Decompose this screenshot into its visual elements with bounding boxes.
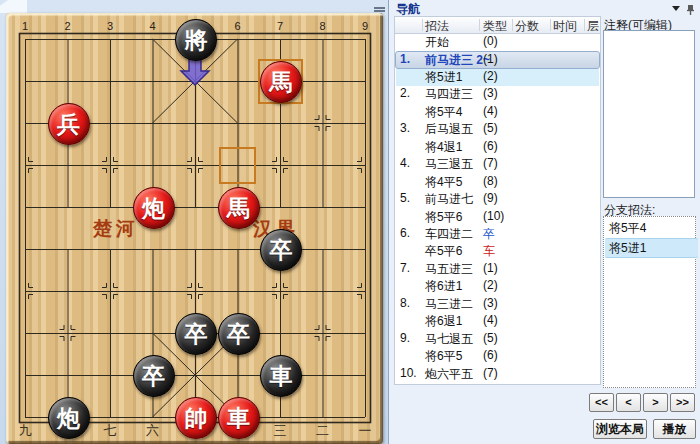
- chevron-down-icon[interactable]: [672, 6, 680, 11]
- column-separator: [550, 19, 551, 31]
- board-pane: 楚河 汉界 123456789九八七六五四三二一將馬兵炮馬卒卒卒卒車炮帥車: [0, 0, 388, 444]
- move-tag: (2): [483, 278, 498, 292]
- move-name: 前马进三 2~: [425, 52, 483, 69]
- xiangqi-piece-black[interactable]: 炮: [48, 397, 90, 439]
- browse-game-button[interactable]: 浏览本局: [593, 419, 647, 439]
- move-name: 马三进二: [425, 296, 483, 313]
- move-row[interactable]: 10.炮六平五(7): [396, 366, 599, 383]
- move-number: 5.: [400, 191, 424, 205]
- xiangqi-piece-black[interactable]: 卒: [218, 313, 260, 355]
- move-name: 将4退1: [425, 139, 483, 156]
- move-tag: (5): [483, 121, 498, 135]
- move-row[interactable]: 卒5平6车: [396, 243, 599, 260]
- xiangqi-piece-red[interactable]: 帥: [175, 397, 217, 439]
- move-tag: (10): [483, 209, 504, 223]
- column-header[interactable]: 招法: [425, 18, 449, 35]
- nav-button[interactable]: >>: [670, 393, 695, 412]
- move-tag: (3): [483, 296, 498, 310]
- xiangqi-piece-red[interactable]: 馬: [260, 61, 302, 103]
- move-tag: (4): [483, 104, 498, 118]
- last-move-highlight: [219, 147, 256, 184]
- move-row[interactable]: 将5进1(2): [396, 69, 599, 86]
- move-number: 9.: [400, 331, 424, 345]
- move-tag: (5): [483, 331, 498, 345]
- pin-icon[interactable]: [686, 2, 695, 20]
- column-separator: [584, 19, 585, 31]
- move-name: 将6退1: [425, 313, 483, 330]
- xiangqi-piece-red[interactable]: 馬: [218, 187, 260, 229]
- move-table-header: 招法类型分数时间层: [395, 17, 600, 34]
- branch-move-item[interactable]: 将5平4: [605, 219, 698, 237]
- navigation-panel: 导航 招法类型分数时间层 开始(0)1.前马进三 2~(1)将5进1(2)2.马…: [388, 0, 700, 444]
- move-row[interactable]: 4.马三退五(7): [396, 156, 599, 173]
- column-separator: [512, 19, 513, 31]
- move-tag: (9): [483, 191, 498, 205]
- move-tag: 卒: [483, 226, 495, 243]
- xiangqi-piece-red[interactable]: 炮: [133, 187, 175, 229]
- move-name: 炮六平五: [425, 366, 483, 383]
- move-row[interactable]: 8.马三进二(3): [396, 296, 599, 313]
- xiangqi-piece-black[interactable]: 將: [175, 19, 217, 61]
- move-tag: (4): [483, 313, 498, 327]
- move-tag: (0): [483, 34, 498, 48]
- move-tag: (7): [483, 156, 498, 170]
- comment-textarea[interactable]: [603, 30, 695, 198]
- move-name: 将5平4: [425, 104, 483, 121]
- xiangqi-piece-black[interactable]: 卒: [175, 313, 217, 355]
- move-number: 8.: [400, 296, 424, 310]
- move-number: 6.: [400, 226, 424, 240]
- move-number: 4.: [400, 156, 424, 170]
- column-header[interactable]: 时间: [553, 18, 577, 35]
- move-row[interactable]: 将6退1(4): [396, 313, 599, 330]
- move-name: 马五进三: [425, 261, 483, 278]
- move-name: 前马进七: [425, 191, 483, 208]
- move-row[interactable]: 将6平5(6): [396, 348, 599, 365]
- move-tag: (6): [483, 139, 498, 153]
- move-number: 1.: [400, 52, 424, 66]
- move-name: 马四进三: [425, 86, 483, 103]
- move-tag: (1): [483, 261, 498, 275]
- move-number: 10.: [400, 366, 424, 380]
- move-row[interactable]: 将4平5(8): [396, 174, 599, 191]
- move-name: 将4平5: [425, 174, 483, 191]
- move-number: 2.: [400, 86, 424, 100]
- move-name: 将5进1: [425, 69, 483, 86]
- column-header[interactable]: 层: [587, 18, 599, 35]
- xiangqi-board[interactable]: 楚河 汉界 123456789九八七六五四三二一將馬兵炮馬卒卒卒卒車炮帥車: [6, 13, 383, 444]
- move-name: 将5平6: [425, 209, 483, 226]
- move-tag: (8): [483, 174, 498, 188]
- move-arrow: [6, 13, 383, 444]
- move-name: 马七退五: [425, 331, 483, 348]
- move-name: 马三退五: [425, 156, 483, 173]
- move-name: 车四进二: [425, 226, 483, 243]
- xiangqi-piece-black[interactable]: 車: [260, 355, 302, 397]
- move-row[interactable]: 6.车四进二卒: [396, 226, 599, 243]
- move-tag: (2): [483, 69, 498, 83]
- branch-move-item[interactable]: 将5进1: [605, 238, 698, 258]
- xiangqi-piece-red[interactable]: 車: [218, 397, 260, 439]
- column-separator: [479, 19, 480, 31]
- nav-button[interactable]: <: [616, 393, 641, 412]
- move-tag: (1): [483, 52, 498, 66]
- move-table[interactable]: 招法类型分数时间层 开始(0)1.前马进三 2~(1)将5进1(2)2.马四进三…: [394, 16, 601, 385]
- move-row[interactable]: 将5平6(10): [396, 209, 599, 226]
- move-number: 7.: [400, 261, 424, 275]
- move-row[interactable]: 将6进1(2): [396, 278, 599, 295]
- xiangqi-piece-black[interactable]: 卒: [133, 355, 175, 397]
- move-row[interactable]: 5.前马进七(9): [396, 191, 599, 208]
- move-row[interactable]: 开始(0): [396, 34, 599, 51]
- corner-tab[interactable]: [0, 0, 27, 13]
- move-name: 将6进1: [425, 278, 483, 295]
- move-name: 将6平5: [425, 348, 483, 365]
- move-name: 卒5平6: [425, 243, 483, 260]
- move-number: 3.: [400, 121, 424, 135]
- move-name: 开始: [425, 34, 483, 51]
- move-row[interactable]: 7.马五进三(1): [396, 261, 599, 278]
- play-button[interactable]: 播放: [653, 419, 696, 439]
- branch-move-list[interactable]: 将5平4将5进1: [603, 216, 696, 388]
- move-row[interactable]: 将5平4(4): [396, 104, 599, 121]
- move-name: 后马退五: [425, 121, 483, 138]
- app-window: 楚河 汉界 123456789九八七六五四三二一將馬兵炮馬卒卒卒卒車炮帥車 导航…: [0, 0, 700, 444]
- move-tag: (7): [483, 366, 498, 380]
- move-row[interactable]: 将4退1(6): [396, 139, 599, 156]
- nav-button[interactable]: >: [643, 393, 668, 412]
- move-row[interactable]: 9.马七退五(5): [396, 331, 599, 348]
- column-header[interactable]: 分数: [515, 18, 539, 35]
- collapse-icon[interactable]: [373, 2, 386, 12]
- column-separator: [422, 19, 423, 31]
- nav-button[interactable]: <<: [589, 393, 614, 412]
- xiangqi-piece-black[interactable]: 卒: [260, 229, 302, 271]
- move-tag: 车: [483, 243, 495, 260]
- move-row[interactable]: 2.马四进三(3): [396, 86, 599, 103]
- move-tag: (3): [483, 86, 498, 100]
- move-row[interactable]: 3.后马退五(5): [396, 121, 599, 138]
- xiangqi-piece-red[interactable]: 兵: [48, 103, 90, 145]
- move-tag: (6): [483, 348, 498, 362]
- column-header[interactable]: 类型: [483, 18, 507, 35]
- move-row[interactable]: 1.前马进三 2~(1): [395, 51, 600, 69]
